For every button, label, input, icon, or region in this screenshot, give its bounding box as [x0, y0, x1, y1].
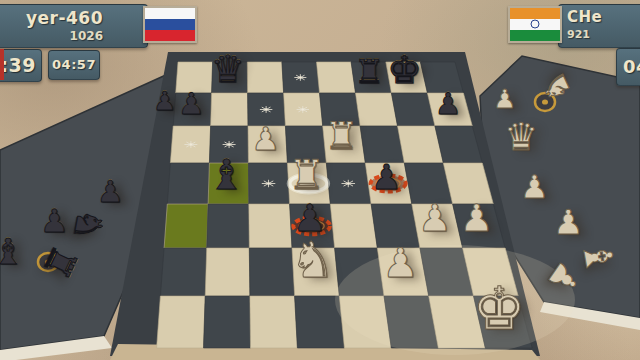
captured-black-p-2[interactable]: ♟ [40, 205, 69, 237]
captured-white-q-2[interactable]: ♛ [504, 118, 538, 156]
captured-black-n-3[interactable]: ♞ [68, 206, 109, 244]
square-a2[interactable] [157, 296, 206, 348]
square-e8[interactable] [317, 62, 356, 93]
piece-white-p-h4[interactable]: ♟ [460, 200, 494, 237]
square-b7[interactable] [211, 93, 248, 126]
piece-black-q-b8[interactable]: ♛ [211, 51, 245, 88]
square-b4[interactable] [207, 204, 250, 248]
piece-white-p-c6[interactable]: ♟ [251, 123, 280, 155]
player-rating-left: 1026 [70, 29, 103, 43]
piece-black-p-a7[interactable]: ♟ [178, 89, 205, 119]
captured-black-p-1[interactable]: ♟ [97, 177, 124, 207]
square-a4[interactable] [164, 204, 208, 248]
move-marker-star-c5 [262, 180, 276, 187]
square-c3[interactable] [249, 248, 294, 296]
move-marker-star-a6 [184, 141, 197, 148]
square-c2[interactable] [250, 296, 298, 348]
captured-white-p-0[interactable]: ♟ [493, 86, 516, 112]
player-name-right: CHe [567, 8, 602, 26]
captured-white-b-5[interactable]: ♝ [576, 237, 619, 277]
clock-left-main: 06:39 [0, 49, 42, 82]
square-a5[interactable] [167, 163, 209, 204]
square-b3[interactable] [205, 248, 250, 296]
piece-white-r-e6[interactable]: ♜ [325, 118, 359, 156]
move-marker-star-d8 [294, 74, 306, 81]
piece-black-r-f8[interactable]: ♜ [354, 55, 384, 88]
india-flag-icon [508, 6, 562, 43]
piece-black-b-b5[interactable]: ♝ [208, 154, 245, 196]
active-turn-indicator [0, 49, 4, 80]
move-marker-star-c7 [260, 106, 272, 113]
square-b2[interactable] [204, 296, 251, 348]
clock-left-secondary: 04:57 [48, 50, 100, 80]
player-name-left: yer-460 [26, 8, 103, 28]
russia-flag-icon [143, 6, 197, 43]
square-c4[interactable] [249, 204, 292, 248]
square-c8[interactable] [247, 62, 283, 93]
captured-black-p-0[interactable]: ♟ [153, 88, 176, 114]
move-marker-star-e5 [342, 180, 356, 187]
clock-right-main-value: 04 [623, 56, 640, 77]
piece-white-p-f3[interactable]: ♟ [382, 243, 418, 284]
piece-white-n-d3[interactable]: ♞ [290, 236, 334, 285]
piece-black-p-h7[interactable]: ♟ [435, 89, 462, 119]
piece-white-r-d5[interactable]: ♜ [288, 155, 324, 195]
move-marker-star-b6 [223, 141, 236, 148]
ashoka-chakra-icon [531, 20, 540, 29]
player-rating-right: 921 [567, 28, 590, 41]
square-a3[interactable] [160, 248, 206, 296]
light-sheen [335, 245, 575, 355]
player-panel-right: CHe 921 [558, 4, 640, 48]
clock-right-main: 04 [616, 48, 640, 86]
player-panel-left: yer-460 1026 [0, 4, 148, 48]
clock-left-secondary-value: 04:57 [49, 57, 99, 72]
captured-white-p-4[interactable]: ♟ [553, 205, 583, 239]
piece-white-p-g4[interactable]: ♟ [418, 200, 452, 237]
captured-white-p-3[interactable]: ♟ [520, 171, 549, 203]
piece-white-k-h2[interactable]: ♚ [473, 279, 526, 338]
clock-left-main-value: 06:39 [0, 54, 36, 76]
square-f7[interactable] [356, 93, 398, 126]
captured-black-b-5[interactable]: ♝ [0, 234, 24, 270]
game-screen: ♛♜♚♟♟♝♟♟♟♜♜♞♟♟♟♚♟♟♟♞♜♝♟♞♛♟♟♝♟ yer-460 10… [0, 0, 640, 360]
piece-black-k-g8[interactable]: ♚ [387, 51, 421, 89]
square-e4[interactable] [330, 204, 377, 248]
piece-black-p-f5[interactable]: ♟ [371, 160, 402, 194]
